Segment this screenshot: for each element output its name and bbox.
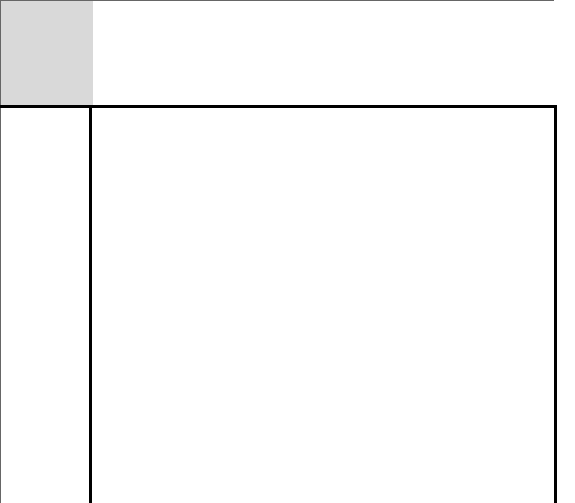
watermark-corner <box>0 0 93 106</box>
row-clues <box>0 108 90 503</box>
nonogram-board <box>92 108 554 503</box>
column-clues <box>92 0 554 106</box>
watermark-text <box>0 0 93 106</box>
board-right-border <box>554 105 557 503</box>
